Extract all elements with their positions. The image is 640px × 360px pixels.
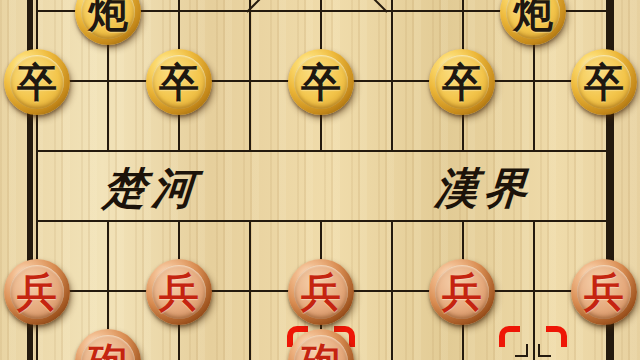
piece-glyph: 卒: [584, 62, 624, 102]
piece-glyph: 卒: [442, 62, 482, 102]
piece-face: 砲: [81, 335, 135, 360]
board-cell: [322, 152, 393, 222]
piece-face: 卒: [435, 55, 489, 109]
piece-glyph: 兵: [159, 272, 199, 312]
piece-red-pawn-g6[interactable]: 兵: [429, 259, 495, 325]
piece-face: 卒: [294, 55, 348, 109]
board-cell: [535, 152, 606, 222]
piece-red-pawn-c6[interactable]: 兵: [146, 259, 212, 325]
piece-face: 卒: [577, 55, 631, 109]
marker-corner: [546, 326, 567, 347]
piece-face: 卒: [152, 55, 206, 109]
piece-face: 兵: [152, 265, 206, 319]
piece-glyph: 炮: [88, 0, 128, 32]
piece-black-pawn-a4[interactable]: 卒: [4, 49, 70, 115]
piece-glyph: 兵: [17, 272, 57, 312]
piece-red-pawn-a6[interactable]: 兵: [4, 259, 70, 325]
piece-black-pawn-e4[interactable]: 卒: [288, 49, 354, 115]
piece-glyph: 卒: [17, 62, 57, 102]
piece-red-pawn-i6[interactable]: 兵: [571, 259, 637, 325]
piece-face: 兵: [10, 265, 64, 319]
river-label-han-jie: 漢界: [422, 164, 545, 212]
xiangqi-board[interactable]: 楚河 漢界 炮炮卒卒卒卒卒兵兵兵兵兵砲砲: [0, 0, 640, 360]
last-move-origin-marker: [499, 326, 567, 360]
piece-face: 兵: [294, 265, 348, 319]
piece-face: 兵: [577, 265, 631, 319]
board-cell: [322, 0, 393, 12]
marker-corner: [499, 326, 520, 347]
piece-glyph: 卒: [301, 62, 341, 102]
piece-glyph: 砲: [88, 342, 128, 360]
piece-red-pawn-e6[interactable]: 兵: [288, 259, 354, 325]
piece-glyph: 炮: [513, 0, 553, 32]
piece-glyph: 兵: [584, 272, 624, 312]
river-label-chu-he: 楚河: [90, 164, 213, 212]
piece-glyph: 兵: [442, 272, 482, 312]
piece-face: 砲: [294, 335, 348, 360]
piece-black-pawn-i4[interactable]: 卒: [571, 49, 637, 115]
piece-glyph: 卒: [159, 62, 199, 102]
piece-face: 卒: [10, 55, 64, 109]
piece-glyph: 兵: [301, 272, 341, 312]
board-cell: [251, 0, 322, 12]
board-cell: [393, 0, 464, 12]
board-cell: [251, 152, 322, 222]
piece-black-pawn-c4[interactable]: 卒: [146, 49, 212, 115]
piece-face: 炮: [81, 0, 135, 39]
piece-black-pawn-g4[interactable]: 卒: [429, 49, 495, 115]
piece-glyph: 砲: [301, 342, 341, 360]
board-cell: [180, 0, 251, 12]
piece-face: 炮: [506, 0, 560, 39]
piece-face: 兵: [435, 265, 489, 319]
